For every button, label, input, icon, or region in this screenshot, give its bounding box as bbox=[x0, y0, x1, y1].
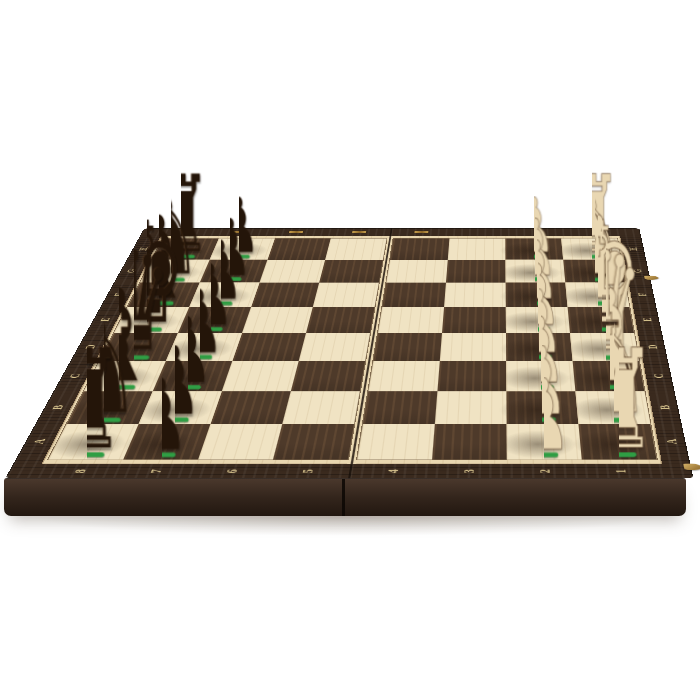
square-g5 bbox=[319, 260, 383, 283]
square-a3 bbox=[432, 424, 507, 459]
hinge-icon bbox=[352, 231, 366, 233]
square-h5 bbox=[325, 239, 386, 260]
square-a1: ♜ bbox=[578, 424, 656, 459]
rank-label-5: 5 bbox=[292, 464, 324, 478]
square-e6 bbox=[242, 307, 313, 333]
latch-clasp-icon bbox=[683, 464, 700, 470]
rank-label-8: 8 bbox=[63, 464, 98, 478]
square-f6 bbox=[251, 283, 319, 307]
square-h4 bbox=[390, 239, 449, 260]
square-e3 bbox=[442, 307, 506, 333]
square-f5 bbox=[313, 283, 379, 307]
rank-label-4: 4 bbox=[378, 464, 408, 478]
square-d5 bbox=[299, 333, 370, 361]
rank-label-1: 1 bbox=[606, 464, 636, 478]
photo-background: ♜♟♞♟♝♟♚♟♛♟♝♟♞♟♜♟♟♜♟♞♟♝♟♚♟♛♟♝♟♞♟♜87654321… bbox=[0, 0, 700, 700]
white-pawn-icon: ♟ bbox=[517, 377, 571, 455]
square-d3 bbox=[440, 333, 506, 361]
square-d6 bbox=[232, 333, 306, 361]
black-rook-icon: ♜ bbox=[49, 345, 126, 455]
rank-label-7: 7 bbox=[139, 464, 173, 478]
square-h3 bbox=[448, 239, 506, 260]
square-c5 bbox=[291, 361, 365, 391]
square-a2: ♟ bbox=[507, 424, 582, 459]
square-c3 bbox=[437, 361, 506, 391]
board-half-left: ♜♟♞♟♝♟♚♟♛♟♝♟♞♟♜♟ bbox=[48, 239, 386, 460]
chessboard-scene: ♜♟♞♟♝♟♚♟♛♟♝♟♞♟♜♟♟♜♟♞♟♝♟♚♟♛♟♝♟♞♟♜87654321… bbox=[86, 45, 662, 621]
fold-seam-far-frame bbox=[390, 228, 393, 236]
fold-seam-near-frame bbox=[348, 464, 353, 478]
square-b3 bbox=[435, 391, 507, 424]
square-b6 bbox=[210, 391, 290, 424]
white-rook-icon: ♜ bbox=[581, 345, 658, 455]
square-c4 bbox=[368, 361, 439, 391]
square-e4 bbox=[378, 307, 444, 333]
square-f3 bbox=[444, 283, 506, 307]
square-a5 bbox=[273, 424, 354, 459]
square-b5 bbox=[282, 391, 360, 424]
file-label-right-a: A bbox=[657, 435, 687, 448]
rank-label-2: 2 bbox=[530, 464, 559, 478]
square-g6 bbox=[259, 260, 325, 283]
square-e5 bbox=[306, 307, 375, 333]
square-b4 bbox=[363, 391, 437, 424]
square-a7: ♟ bbox=[123, 424, 210, 459]
black-pawn-icon: ♟ bbox=[134, 377, 188, 455]
rank-label-3: 3 bbox=[454, 464, 483, 478]
square-h6 bbox=[267, 239, 330, 260]
square-c6 bbox=[222, 361, 299, 391]
square-g3 bbox=[446, 260, 506, 283]
square-g4 bbox=[386, 260, 447, 283]
chessboard: ♜♟♞♟♝♟♚♟♛♟♝♟♞♟♜♟♟♜♟♞♟♝♟♚♟♛♟♝♟♞♟♜87654321… bbox=[5, 228, 693, 478]
hinge-icon bbox=[289, 231, 304, 233]
latch-clasp-icon bbox=[644, 276, 659, 280]
square-f4 bbox=[382, 283, 446, 307]
board-half-right: ♟♜♟♞♟♝♟♚♟♛♟♝♟♞♟♜ bbox=[357, 239, 656, 460]
rank-label-6: 6 bbox=[215, 464, 248, 478]
square-d4 bbox=[373, 333, 442, 361]
square-a4 bbox=[357, 424, 435, 459]
square-a6 bbox=[198, 424, 282, 459]
board-inner-field: ♜♟♞♟♝♟♚♟♛♟♝♟♞♟♜♟♟♜♟♞♟♝♟♚♟♛♟♝♟♞♟♜ bbox=[41, 236, 662, 464]
hinge-icon bbox=[414, 231, 428, 233]
